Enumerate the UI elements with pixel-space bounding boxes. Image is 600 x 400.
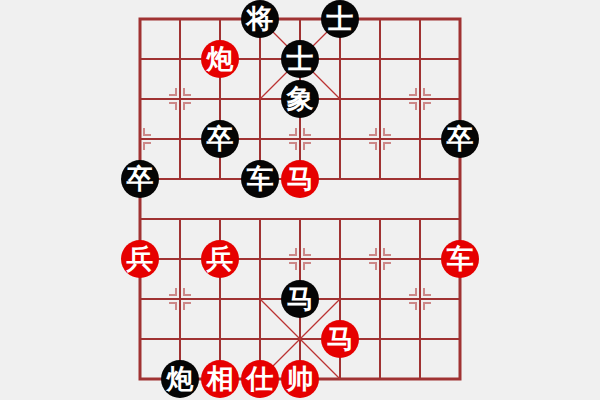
- intersection-r8c5[interactable]: 马: [320, 319, 360, 359]
- piece-black-horse[interactable]: 马: [281, 280, 319, 318]
- intersection-r3c4[interactable]: [280, 119, 320, 159]
- intersection-r6c8[interactable]: 车: [440, 239, 480, 279]
- intersection-r2c5[interactable]: [320, 79, 360, 119]
- intersection-r8c6[interactable]: [360, 319, 400, 359]
- intersection-r2c3[interactable]: [240, 79, 280, 119]
- intersection-r7c1[interactable]: [160, 279, 200, 319]
- intersection-r1c0[interactable]: [120, 39, 160, 79]
- intersection-r3c6[interactable]: [360, 119, 400, 159]
- intersection-r1c2[interactable]: 炮: [200, 39, 240, 79]
- intersection-r0c5[interactable]: 士: [320, 0, 360, 39]
- intersection-r9c5[interactable]: [320, 359, 360, 399]
- piece-black-pawn[interactable]: 卒: [121, 160, 159, 198]
- intersection-r8c2[interactable]: [200, 319, 240, 359]
- intersection-r2c0[interactable]: [120, 79, 160, 119]
- piece-red-chariot[interactable]: 车: [441, 240, 479, 278]
- intersection-r4c4[interactable]: 马: [280, 159, 320, 199]
- intersection-r9c4[interactable]: 帅: [280, 359, 320, 399]
- intersection-r7c3[interactable]: [240, 279, 280, 319]
- piece-red-pawn[interactable]: 兵: [121, 240, 159, 278]
- intersection-r6c0[interactable]: 兵: [120, 239, 160, 279]
- intersection-r7c7[interactable]: [400, 279, 440, 319]
- intersection-r1c6[interactable]: [360, 39, 400, 79]
- intersection-r5c4[interactable]: [280, 199, 320, 239]
- intersection-r4c3[interactable]: 车: [240, 159, 280, 199]
- intersection-r7c8[interactable]: [440, 279, 480, 319]
- intersection-r7c0[interactable]: [120, 279, 160, 319]
- intersection-r1c7[interactable]: [400, 39, 440, 79]
- intersection-r9c0[interactable]: [120, 359, 160, 399]
- intersection-r3c5[interactable]: [320, 119, 360, 159]
- intersection-r5c7[interactable]: [400, 199, 440, 239]
- intersection-r9c8[interactable]: [440, 359, 480, 399]
- intersection-r3c1[interactable]: [160, 119, 200, 159]
- piece-black-chariot[interactable]: 车: [241, 160, 279, 198]
- intersection-r3c8[interactable]: 卒: [440, 119, 480, 159]
- intersection-r4c6[interactable]: [360, 159, 400, 199]
- piece-red-horse[interactable]: 马: [281, 160, 319, 198]
- intersection-r3c3[interactable]: [240, 119, 280, 159]
- piece-red-horse[interactable]: 马: [321, 320, 359, 358]
- intersection-r0c7[interactable]: [400, 0, 440, 39]
- intersection-r3c0[interactable]: [120, 119, 160, 159]
- intersection-r4c2[interactable]: [200, 159, 240, 199]
- intersection-r8c1[interactable]: [160, 319, 200, 359]
- intersection-r5c6[interactable]: [360, 199, 400, 239]
- intersection-r4c5[interactable]: [320, 159, 360, 199]
- intersection-r3c2[interactable]: 卒: [200, 119, 240, 159]
- intersection-r5c5[interactable]: [320, 199, 360, 239]
- pieces-layer: 将士炮士象卒卒卒车马兵兵车马马炮相仕帅: [120, 0, 480, 399]
- intersection-r2c1[interactable]: [160, 79, 200, 119]
- piece-black-advisor[interactable]: 士: [281, 40, 319, 78]
- piece-black-advisor[interactable]: 士: [321, 0, 359, 38]
- piece-red-cannon[interactable]: 炮: [201, 40, 239, 78]
- intersection-r6c1[interactable]: [160, 239, 200, 279]
- intersection-r2c6[interactable]: [360, 79, 400, 119]
- intersection-r2c2[interactable]: [200, 79, 240, 119]
- piece-black-elephant[interactable]: 象: [281, 80, 319, 118]
- intersection-r0c8[interactable]: [440, 0, 480, 39]
- piece-red-elephant[interactable]: 相: [201, 360, 239, 398]
- intersection-r7c5[interactable]: [320, 279, 360, 319]
- intersection-r0c4[interactable]: [280, 0, 320, 39]
- intersection-r6c5[interactable]: [320, 239, 360, 279]
- intersection-r6c7[interactable]: [400, 239, 440, 279]
- intersection-r8c7[interactable]: [400, 319, 440, 359]
- intersection-r1c3[interactable]: [240, 39, 280, 79]
- intersection-r2c8[interactable]: [440, 79, 480, 119]
- intersection-r5c8[interactable]: [440, 199, 480, 239]
- intersection-r9c1[interactable]: 炮: [160, 359, 200, 399]
- intersection-r4c1[interactable]: [160, 159, 200, 199]
- intersection-r6c3[interactable]: [240, 239, 280, 279]
- piece-red-advisor[interactable]: 仕: [241, 360, 279, 398]
- intersection-r7c6[interactable]: [360, 279, 400, 319]
- intersection-r6c6[interactable]: [360, 239, 400, 279]
- intersection-r7c4[interactable]: 马: [280, 279, 320, 319]
- intersection-r0c1[interactable]: [160, 0, 200, 39]
- intersection-r9c7[interactable]: [400, 359, 440, 399]
- piece-red-king[interactable]: 帅: [281, 360, 319, 398]
- intersection-r9c6[interactable]: [360, 359, 400, 399]
- intersection-r1c4[interactable]: 士: [280, 39, 320, 79]
- intersection-r0c2[interactable]: [200, 0, 240, 39]
- intersection-r2c4[interactable]: 象: [280, 79, 320, 119]
- intersection-r7c2[interactable]: [200, 279, 240, 319]
- intersection-r9c2[interactable]: 相: [200, 359, 240, 399]
- piece-red-pawn[interactable]: 兵: [201, 240, 239, 278]
- intersection-r9c3[interactable]: 仕: [240, 359, 280, 399]
- intersection-r1c8[interactable]: [440, 39, 480, 79]
- intersection-r4c0[interactable]: 卒: [120, 159, 160, 199]
- intersection-r5c1[interactable]: [160, 199, 200, 239]
- intersection-r8c0[interactable]: [120, 319, 160, 359]
- piece-black-king[interactable]: 将: [241, 0, 279, 38]
- intersection-r8c8[interactable]: [440, 319, 480, 359]
- intersection-r8c3[interactable]: [240, 319, 280, 359]
- intersection-r4c7[interactable]: [400, 159, 440, 199]
- intersection-r6c4[interactable]: [280, 239, 320, 279]
- intersection-r1c1[interactable]: [160, 39, 200, 79]
- piece-black-pawn[interactable]: 卒: [201, 120, 239, 158]
- intersection-r8c4[interactable]: [280, 319, 320, 359]
- intersection-r0c6[interactable]: [360, 0, 400, 39]
- xiangqi-board: 将士炮士象卒卒卒车马兵兵车马马炮相仕帅: [0, 0, 600, 400]
- piece-black-cannon[interactable]: 炮: [161, 360, 199, 398]
- intersection-r6c2[interactable]: 兵: [200, 239, 240, 279]
- intersection-r5c3[interactable]: [240, 199, 280, 239]
- intersection-r0c3[interactable]: 将: [240, 0, 280, 39]
- intersection-r4c8[interactable]: [440, 159, 480, 199]
- piece-black-pawn[interactable]: 卒: [441, 120, 479, 158]
- intersection-r3c7[interactable]: [400, 119, 440, 159]
- intersection-r1c5[interactable]: [320, 39, 360, 79]
- intersection-r2c7[interactable]: [400, 79, 440, 119]
- intersection-r0c0[interactable]: [120, 0, 160, 39]
- intersection-r5c0[interactable]: [120, 199, 160, 239]
- intersection-r5c2[interactable]: [200, 199, 240, 239]
